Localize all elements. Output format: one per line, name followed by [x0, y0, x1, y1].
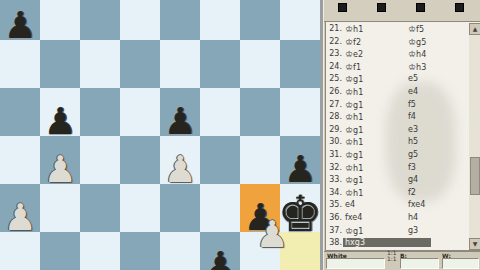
square-d2[interactable]: [120, 232, 160, 270]
move-row-23: 23.♔e2♔h4: [326, 49, 469, 62]
black-move[interactable]: ♔g5: [408, 37, 466, 47]
square-e2[interactable]: [160, 232, 200, 270]
white-move[interactable]: ♔g1: [345, 74, 403, 84]
square-h5[interactable]: [280, 88, 320, 136]
white-move[interactable]: ♔h1: [345, 188, 403, 198]
white-move[interactable]: fxe4: [345, 213, 403, 222]
move-row-27: 27.♔g1f5: [326, 100, 469, 113]
move-row-34: 34.♔h1f2: [326, 188, 469, 201]
black-move[interactable]: f3: [408, 163, 466, 172]
move-row-21: 21.♔h1♔f5: [326, 24, 469, 37]
white-move[interactable]: ♔h1: [345, 112, 403, 122]
toolbar-button-3[interactable]: [416, 3, 425, 12]
square-a6[interactable]: [0, 40, 40, 88]
move-number: 21.: [327, 24, 342, 33]
square-f4[interactable]: [200, 136, 240, 184]
move-number: 38.: [327, 238, 342, 247]
move-number: 25.: [327, 74, 342, 83]
black-move[interactable]: e4: [408, 87, 466, 96]
white-pawn-e4[interactable]: ♟: [160, 136, 200, 184]
square-a5[interactable]: [0, 88, 40, 136]
move-row-30: 30.♔h1h5: [326, 137, 469, 150]
square-e6[interactable]: [160, 40, 200, 88]
white-move[interactable]: e4: [345, 200, 403, 209]
move-number: 23.: [327, 49, 342, 58]
move-number: 28.: [327, 112, 342, 121]
white-move[interactable]: ♔e2: [345, 49, 403, 59]
white-move[interactable]: ♔f2: [345, 37, 403, 47]
scrollbar-thumb[interactable]: [470, 157, 480, 195]
square-e3[interactable]: [160, 184, 200, 232]
move-number: 22.: [327, 37, 342, 46]
toolbar-button-1[interactable]: [338, 3, 347, 12]
white-move[interactable]: ♔g1: [345, 175, 403, 185]
status-bar: White B: W: 1:11:1: [324, 251, 480, 270]
move-row-32: 32.♔h1f3: [326, 163, 469, 176]
panel-toolbar: [324, 0, 480, 22]
white-move[interactable]: ♔g1: [345, 226, 403, 236]
square-b2[interactable]: [40, 232, 80, 270]
square-b3[interactable]: [40, 184, 80, 232]
move-row-28: 28.♔h1f4: [326, 112, 469, 125]
scroll-up-icon[interactable]: ▲: [469, 23, 480, 35]
vertical-scrollbar[interactable]: ▲ ▼: [469, 23, 480, 250]
square-c5[interactable]: [80, 88, 120, 136]
white-pawn-animating-hxg3[interactable]: ♟: [252, 201, 292, 249]
black-pawn-h4[interactable]: ♟: [280, 136, 320, 184]
move-number: 29.: [327, 125, 342, 134]
square-f5[interactable]: [200, 88, 240, 136]
toolbar-button-4[interactable]: [455, 3, 464, 12]
square-c6[interactable]: [80, 40, 120, 88]
white-move[interactable]: ♔h1: [345, 87, 403, 97]
move-row-22: 22.♔f2♔g5: [326, 37, 469, 50]
scroll-down-icon[interactable]: ▼: [469, 238, 480, 250]
move-row-33: 33.♔g1g4: [326, 175, 469, 188]
chess-board[interactable]: ♟♟♟♟♟♟♟♟♚♟♟: [0, 0, 320, 270]
square-d3[interactable]: [120, 184, 160, 232]
black-move[interactable]: f5: [408, 100, 466, 109]
black-pawn-f2[interactable]: ♟: [200, 232, 240, 270]
move-number: 31.: [327, 150, 342, 159]
move-row-25: 25.♔g1e5: [326, 74, 469, 87]
white-move[interactable]: ♔h1: [345, 137, 403, 147]
white-move[interactable]: ♔h1: [345, 24, 403, 34]
square-a4[interactable]: [0, 136, 40, 184]
square-g4[interactable]: [240, 136, 280, 184]
square-c4[interactable]: [80, 136, 120, 184]
square-g6[interactable]: [240, 40, 280, 88]
square-c3[interactable]: [80, 184, 120, 232]
move-list-panel: 21.♔h1♔f522.♔f2♔g523.♔e2♔h424.♔f1♔h325.♔…: [323, 0, 480, 270]
chess-app-window: ♟♟♟♟♟♟♟♟♚♟♟ 21.♔h1♔f522.♔f2♔g523.♔e2♔h42…: [0, 0, 480, 270]
square-f7[interactable]: [200, 0, 240, 40]
move-row-29: 29.♔g1e3: [326, 125, 469, 138]
black-move[interactable]: g5: [408, 150, 466, 159]
square-f3[interactable]: [200, 184, 240, 232]
move-row-38: 38.hxg3: [326, 238, 469, 250]
square-h7[interactable]: [280, 0, 320, 40]
toolbar-button-2[interactable]: [377, 3, 386, 12]
square-g7[interactable]: [240, 0, 280, 40]
square-d7[interactable]: [120, 0, 160, 40]
black-move[interactable]: ♔h4: [408, 49, 466, 59]
move-number: 37.: [327, 226, 342, 235]
move-number: 36.: [327, 213, 342, 222]
square-b7[interactable]: [40, 0, 80, 40]
black-move[interactable]: h5: [408, 137, 466, 146]
white-pawn-b4[interactable]: ♟: [40, 136, 80, 184]
time-field-left[interactable]: [326, 258, 385, 269]
white-move[interactable]: ♔g1: [345, 100, 403, 110]
white-move[interactable]: hxg3: [343, 238, 431, 247]
move-row-37: 37.♔g1g3: [326, 226, 469, 239]
black-move[interactable]: e5: [408, 74, 466, 83]
move-list-frame: 21.♔h1♔f522.♔f2♔g523.♔e2♔h424.♔f1♔h325.♔…: [325, 21, 480, 251]
square-b6[interactable]: [40, 40, 80, 88]
move-number: 32.: [327, 163, 342, 172]
black-pawn-a7[interactable]: ♟: [0, 0, 40, 40]
square-d4[interactable]: [120, 136, 160, 184]
move-number: 35.: [327, 200, 342, 209]
square-h6[interactable]: [280, 40, 320, 88]
move-number: 27.: [327, 100, 342, 109]
white-move[interactable]: ♔h1: [345, 163, 403, 173]
move-row-24: 24.♔f1♔h3: [326, 62, 469, 75]
move-row-31: 31.♔g1g5: [326, 150, 469, 163]
white-move[interactable]: ♔g1: [345, 150, 403, 160]
square-c7[interactable]: [80, 0, 120, 40]
square-f6[interactable]: [200, 40, 240, 88]
time-field-right[interactable]: [442, 258, 479, 269]
black-move[interactable]: g3: [408, 226, 466, 235]
white-move[interactable]: ♔f1: [345, 62, 403, 72]
move-number: 26.: [327, 87, 342, 96]
black-move[interactable]: h4: [408, 213, 466, 222]
black-move[interactable]: g4: [408, 175, 466, 184]
square-d6[interactable]: [120, 40, 160, 88]
time-field-mid[interactable]: [400, 258, 439, 269]
move-number: 34.: [327, 188, 342, 197]
square-d5[interactable]: [120, 88, 160, 136]
black-move[interactable]: ♔f5: [408, 24, 466, 34]
square-e7[interactable]: [160, 0, 200, 40]
move-number: 30.: [327, 137, 342, 146]
black-move[interactable]: e3: [408, 125, 466, 134]
move-number: 33.: [327, 175, 342, 184]
square-g5[interactable]: [240, 88, 280, 136]
move-number: 24.: [327, 62, 342, 71]
move-row-26: 26.♔h1e4: [326, 87, 469, 100]
move-row-36: 36.fxe4h4: [326, 213, 469, 226]
square-c2[interactable]: [80, 232, 120, 270]
tiny-clock-values: 1:11:1: [387, 250, 401, 262]
white-move[interactable]: ♔g1: [345, 125, 403, 135]
white-pawn-a3[interactable]: ♟: [0, 184, 40, 232]
black-pawn-e5[interactable]: ♟: [160, 88, 200, 136]
black-move[interactable]: f2: [408, 188, 466, 197]
black-move[interactable]: f4: [408, 112, 466, 121]
black-move[interactable]: fxe4: [408, 200, 466, 209]
black-move[interactable]: ♔h3: [408, 62, 466, 72]
move-list[interactable]: 21.♔h1♔f522.♔f2♔g523.♔e2♔h424.♔f1♔h325.♔…: [326, 22, 469, 250]
move-row-35: 35.e4fxe4: [326, 200, 469, 213]
black-pawn-b5[interactable]: ♟: [40, 88, 80, 136]
